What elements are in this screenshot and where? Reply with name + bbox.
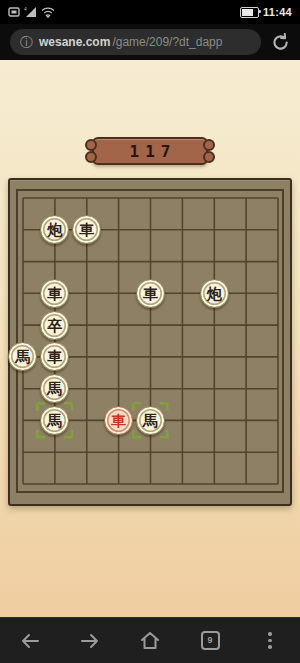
game-page: 117 炮車車車炮卒馬車馬馬車馬 xyxy=(0,60,300,617)
piece-horse[interactable]: 馬 xyxy=(8,342,37,371)
battery-icon xyxy=(240,7,259,18)
tabs-icon: 9 xyxy=(201,631,220,650)
back-icon xyxy=(19,630,41,652)
piece-horse[interactable]: 馬 xyxy=(40,374,69,403)
piece-soldier[interactable]: 卒 xyxy=(40,311,69,340)
signal-icon: 4 xyxy=(24,6,37,18)
status-icons-left: 4 xyxy=(8,6,55,18)
board-grid: 炮車車車炮卒馬車馬馬車馬 xyxy=(7,182,294,500)
forward-button[interactable] xyxy=(70,621,110,661)
level-plaque: 117 xyxy=(92,137,208,165)
svg-text:4: 4 xyxy=(24,6,27,12)
xiangqi-board: 炮車車車炮卒馬車馬馬車馬 xyxy=(8,178,292,506)
piece-chariot[interactable]: 車 xyxy=(136,279,165,308)
piece-chariot-red[interactable]: 車 xyxy=(104,406,133,435)
screenshot-icon xyxy=(8,6,20,18)
plaque-ornament-right xyxy=(202,137,218,165)
home-icon xyxy=(139,630,161,652)
status-bar: 4 11:44 xyxy=(0,0,300,24)
piece-cannon[interactable]: 炮 xyxy=(200,279,229,308)
refresh-icon[interactable] xyxy=(271,33,290,52)
address-bar[interactable]: ⓘ wesane.com /game/209/?dt_dapp xyxy=(10,29,261,55)
wifi-icon xyxy=(41,6,55,18)
forward-icon xyxy=(79,630,101,652)
menu-icon xyxy=(268,632,272,649)
level-number: 117 xyxy=(124,142,177,161)
info-icon[interactable]: ⓘ xyxy=(20,36,33,49)
back-button[interactable] xyxy=(10,621,50,661)
piece-horse[interactable]: 馬 xyxy=(40,406,69,435)
piece-chariot[interactable]: 車 xyxy=(72,215,101,244)
status-time: 11:44 xyxy=(263,6,292,18)
tabs-button[interactable]: 9 xyxy=(190,621,230,661)
url-domain: wesane.com xyxy=(39,35,110,49)
piece-cannon[interactable]: 炮 xyxy=(40,215,69,244)
piece-chariot[interactable]: 車 xyxy=(40,279,69,308)
browser-nav-bar: 9 xyxy=(0,617,300,663)
menu-button[interactable] xyxy=(250,621,290,661)
url-path: /game/209/?dt_dapp xyxy=(112,35,222,49)
home-button[interactable] xyxy=(130,621,170,661)
status-icons-right: 11:44 xyxy=(240,6,292,18)
plaque-ornament-left xyxy=(82,137,98,165)
piece-chariot[interactable]: 車 xyxy=(40,342,69,371)
piece-horse[interactable]: 馬 xyxy=(136,406,165,435)
tab-count: 9 xyxy=(207,636,212,645)
browser-url-row: ⓘ wesane.com /game/209/?dt_dapp xyxy=(0,24,300,60)
